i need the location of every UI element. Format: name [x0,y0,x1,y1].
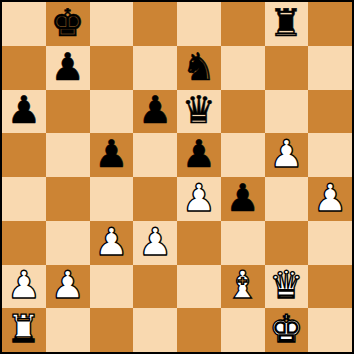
chess-board: ♚♜♟♞♟♟♛♟♟♟♟♟♟♟♟♟♟♝♛♜♚ [2,2,352,352]
piece-white-pawn[interactable]: ♟ [313,179,347,217]
square-f5[interactable] [221,133,265,177]
piece-black-pawn[interactable]: ♟ [182,135,216,173]
square-c5[interactable]: ♟ [90,133,134,177]
piece-black-rook[interactable]: ♜ [269,4,303,42]
piece-white-bishop[interactable]: ♝ [226,266,260,304]
piece-white-pawn[interactable]: ♟ [51,266,85,304]
square-g2[interactable]: ♛ [265,265,309,309]
square-e4[interactable]: ♟ [177,177,221,221]
square-g1[interactable]: ♚ [265,308,309,352]
square-d1[interactable] [133,308,177,352]
piece-white-pawn[interactable]: ♟ [269,135,303,173]
square-c7[interactable] [90,46,134,90]
square-g3[interactable] [265,221,309,265]
square-a4[interactable] [2,177,46,221]
piece-white-pawn[interactable]: ♟ [7,266,41,304]
square-e7[interactable]: ♞ [177,46,221,90]
square-a6[interactable]: ♟ [2,90,46,134]
square-h5[interactable] [308,133,352,177]
square-f4[interactable]: ♟ [221,177,265,221]
square-g7[interactable] [265,46,309,90]
square-h3[interactable] [308,221,352,265]
square-d7[interactable] [133,46,177,90]
square-h7[interactable] [308,46,352,90]
piece-black-pawn[interactable]: ♟ [94,135,128,173]
piece-white-pawn[interactable]: ♟ [94,223,128,261]
piece-white-pawn[interactable]: ♟ [182,179,216,217]
square-b4[interactable] [46,177,90,221]
square-d8[interactable] [133,2,177,46]
square-a7[interactable] [2,46,46,90]
square-b2[interactable]: ♟ [46,265,90,309]
square-c6[interactable] [90,90,134,134]
square-b1[interactable] [46,308,90,352]
square-d6[interactable]: ♟ [133,90,177,134]
square-c3[interactable]: ♟ [90,221,134,265]
square-d2[interactable] [133,265,177,309]
square-e2[interactable] [177,265,221,309]
square-c2[interactable] [90,265,134,309]
piece-white-queen[interactable]: ♛ [269,266,303,304]
square-d4[interactable] [133,177,177,221]
square-h1[interactable] [308,308,352,352]
square-h4[interactable]: ♟ [308,177,352,221]
piece-black-queen[interactable]: ♛ [182,91,216,129]
square-e5[interactable]: ♟ [177,133,221,177]
square-f7[interactable] [221,46,265,90]
chess-board-frame: ♚♜♟♞♟♟♛♟♟♟♟♟♟♟♟♟♟♝♛♜♚ [0,0,354,354]
square-a3[interactable] [2,221,46,265]
square-b3[interactable] [46,221,90,265]
square-h6[interactable] [308,90,352,134]
square-e8[interactable] [177,2,221,46]
square-f8[interactable] [221,2,265,46]
piece-black-knight[interactable]: ♞ [182,48,216,86]
piece-white-rook[interactable]: ♜ [7,310,41,348]
square-b6[interactable] [46,90,90,134]
square-g6[interactable] [265,90,309,134]
square-g8[interactable]: ♜ [265,2,309,46]
square-a5[interactable] [2,133,46,177]
square-d5[interactable] [133,133,177,177]
piece-black-pawn[interactable]: ♟ [51,48,85,86]
square-f6[interactable] [221,90,265,134]
square-a1[interactable]: ♜ [2,308,46,352]
square-c1[interactable] [90,308,134,352]
square-e6[interactable]: ♛ [177,90,221,134]
square-f2[interactable]: ♝ [221,265,265,309]
square-b8[interactable]: ♚ [46,2,90,46]
square-b5[interactable] [46,133,90,177]
piece-black-pawn[interactable]: ♟ [7,91,41,129]
square-h2[interactable] [308,265,352,309]
square-h8[interactable] [308,2,352,46]
square-a8[interactable] [2,2,46,46]
square-d3[interactable]: ♟ [133,221,177,265]
square-f3[interactable] [221,221,265,265]
square-e1[interactable] [177,308,221,352]
square-b7[interactable]: ♟ [46,46,90,90]
square-g4[interactable] [265,177,309,221]
square-f1[interactable] [221,308,265,352]
square-c4[interactable] [90,177,134,221]
square-g5[interactable]: ♟ [265,133,309,177]
piece-black-pawn[interactable]: ♟ [138,91,172,129]
piece-black-pawn[interactable]: ♟ [226,179,260,217]
square-e3[interactable] [177,221,221,265]
square-a2[interactable]: ♟ [2,265,46,309]
piece-white-pawn[interactable]: ♟ [138,223,172,261]
piece-white-king[interactable]: ♚ [269,310,303,348]
piece-black-king[interactable]: ♚ [51,4,85,42]
square-c8[interactable] [90,2,134,46]
